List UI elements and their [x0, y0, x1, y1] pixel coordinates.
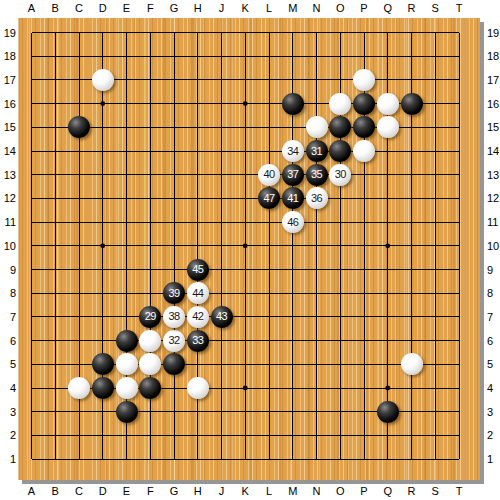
- star-point-K16: [243, 101, 248, 106]
- col-label-top-C: C: [75, 2, 83, 14]
- row-label-right-10: 10: [487, 240, 499, 252]
- stone-black-P16[interactable]: [353, 93, 375, 115]
- stone-white-N15[interactable]: [306, 116, 328, 138]
- row-label-left-17: 17: [0, 74, 16, 86]
- row-label-right-11: 11: [487, 216, 498, 228]
- col-label-top-R: R: [408, 2, 416, 14]
- row-label-right-18: 18: [487, 50, 499, 62]
- col-label-bottom-H: H: [194, 485, 202, 497]
- row-label-right-3: 3: [487, 406, 493, 418]
- col-label-bottom-O: O: [336, 485, 345, 497]
- stone-white-N12[interactable]: 36: [306, 187, 328, 209]
- col-label-bottom-C: C: [75, 485, 83, 497]
- stone-white-O13[interactable]: 30: [329, 164, 351, 186]
- move-number: 42: [187, 306, 209, 328]
- stone-black-H9[interactable]: 45: [187, 259, 209, 281]
- col-label-top-H: H: [194, 2, 202, 14]
- stone-black-N13[interactable]: 35: [306, 164, 328, 186]
- stone-black-M12[interactable]: 41: [282, 187, 304, 209]
- row-label-left-2: 2: [0, 429, 16, 441]
- col-label-top-E: E: [123, 2, 130, 14]
- stone-white-G6[interactable]: 32: [163, 330, 185, 352]
- col-label-top-T: T: [456, 2, 463, 14]
- row-label-left-15: 15: [0, 121, 16, 133]
- stone-white-C4[interactable]: [68, 377, 90, 399]
- row-label-left-8: 8: [0, 287, 16, 299]
- row-label-right-6: 6: [487, 335, 493, 347]
- col-label-bottom-M: M: [288, 485, 297, 497]
- row-label-right-4: 4: [487, 382, 493, 394]
- stone-white-D17[interactable]: [92, 69, 114, 91]
- move-number: 37: [282, 164, 304, 186]
- col-label-bottom-L: L: [266, 485, 272, 497]
- col-label-top-B: B: [52, 2, 59, 14]
- stone-white-G7[interactable]: 38: [163, 306, 185, 328]
- col-label-bottom-E: E: [123, 485, 130, 497]
- move-number: 39: [163, 282, 185, 304]
- stone-white-H4[interactable]: [187, 377, 209, 399]
- stone-black-Q3[interactable]: [377, 401, 399, 423]
- col-label-bottom-D: D: [99, 485, 107, 497]
- go-board-diagram: ABCDEFGHJKLMNOPQRST ABCDEFGHJKLMNOPQRST …: [0, 0, 500, 500]
- col-label-top-O: O: [336, 2, 345, 14]
- move-number: 41: [282, 187, 304, 209]
- stone-black-E3[interactable]: [116, 401, 138, 423]
- row-label-left-11: 11: [0, 216, 16, 228]
- row-label-left-5: 5: [0, 358, 16, 370]
- stone-white-R5[interactable]: [401, 353, 423, 375]
- move-number: 35: [306, 164, 328, 186]
- row-label-left-19: 19: [0, 27, 16, 39]
- move-number: 47: [258, 187, 280, 209]
- row-label-left-16: 16: [0, 98, 16, 110]
- stone-white-P14[interactable]: [353, 140, 375, 162]
- stone-white-Q16[interactable]: [377, 93, 399, 115]
- col-label-bottom-K: K: [242, 485, 249, 497]
- row-label-left-3: 3: [0, 406, 16, 418]
- row-label-right-7: 7: [487, 311, 493, 323]
- row-label-left-1: 1: [0, 453, 16, 465]
- col-label-bottom-P: P: [360, 485, 367, 497]
- col-label-top-J: J: [219, 2, 225, 14]
- stone-black-D4[interactable]: [92, 377, 114, 399]
- star-point-Q10: [385, 243, 390, 248]
- stone-black-E6[interactable]: [116, 330, 138, 352]
- star-point-D10: [100, 243, 105, 248]
- stone-black-F7[interactable]: 29: [139, 306, 161, 328]
- row-label-right-17: 17: [487, 74, 499, 86]
- move-number: 45: [187, 259, 209, 281]
- row-label-left-14: 14: [0, 145, 16, 157]
- col-label-bottom-A: A: [28, 485, 35, 497]
- go-board[interactable]: 29313335373941434547303234363840424446: [18, 18, 480, 480]
- stone-black-H6[interactable]: 33: [187, 330, 209, 352]
- col-label-bottom-R: R: [408, 485, 416, 497]
- move-number: 31: [306, 140, 328, 162]
- row-label-right-16: 16: [487, 98, 499, 110]
- move-number: 43: [211, 306, 233, 328]
- move-number: 30: [329, 164, 351, 186]
- row-label-left-18: 18: [0, 50, 16, 62]
- stone-white-L13[interactable]: 40: [258, 164, 280, 186]
- stone-white-Q15[interactable]: [377, 116, 399, 138]
- col-label-bottom-J: J: [219, 485, 225, 497]
- stone-black-R16[interactable]: [401, 93, 423, 115]
- stone-black-G8[interactable]: 39: [163, 282, 185, 304]
- col-label-bottom-T: T: [456, 485, 463, 497]
- stone-white-H8[interactable]: 44: [187, 282, 209, 304]
- stone-black-N14[interactable]: 31: [306, 140, 328, 162]
- move-number: 46: [282, 211, 304, 233]
- col-label-bottom-S: S: [432, 485, 439, 497]
- row-label-left-10: 10: [0, 240, 16, 252]
- stone-white-H7[interactable]: 42: [187, 306, 209, 328]
- move-number: 32: [163, 330, 185, 352]
- col-label-top-M: M: [288, 2, 297, 14]
- stone-white-E5[interactable]: [116, 353, 138, 375]
- row-label-left-7: 7: [0, 311, 16, 323]
- stone-black-L12[interactable]: 47: [258, 187, 280, 209]
- row-label-left-4: 4: [0, 382, 16, 394]
- stone-white-P17[interactable]: [353, 69, 375, 91]
- row-label-right-14: 14: [487, 145, 499, 157]
- row-label-right-13: 13: [487, 169, 499, 181]
- col-label-bottom-B: B: [52, 485, 59, 497]
- stone-white-O16[interactable]: [329, 93, 351, 115]
- move-number: 34: [282, 140, 304, 162]
- stone-white-E4[interactable]: [116, 377, 138, 399]
- stone-black-M13[interactable]: 37: [282, 164, 304, 186]
- star-point-K10: [243, 243, 248, 248]
- row-label-left-6: 6: [0, 335, 16, 347]
- move-number: 44: [187, 282, 209, 304]
- move-number: 33: [187, 330, 209, 352]
- col-label-top-S: S: [432, 2, 439, 14]
- stone-black-J7[interactable]: 43: [211, 306, 233, 328]
- board-grid: [18, 18, 480, 480]
- move-number: 38: [163, 306, 185, 328]
- star-point-Q4: [385, 386, 390, 391]
- col-label-top-F: F: [147, 2, 154, 14]
- col-label-top-D: D: [99, 2, 107, 14]
- star-point-D16: [100, 101, 105, 106]
- stone-white-M14[interactable]: 34: [282, 140, 304, 162]
- row-label-right-15: 15: [487, 121, 499, 133]
- move-number: 40: [258, 164, 280, 186]
- row-label-right-19: 19: [487, 27, 499, 39]
- col-label-top-G: G: [170, 2, 179, 14]
- star-point-K4: [243, 386, 248, 391]
- col-label-top-N: N: [313, 2, 321, 14]
- stone-white-F6[interactable]: [139, 330, 161, 352]
- col-label-top-K: K: [242, 2, 249, 14]
- col-label-top-L: L: [266, 2, 272, 14]
- row-label-right-5: 5: [487, 358, 493, 370]
- col-label-bottom-N: N: [313, 485, 321, 497]
- row-label-right-1: 1: [487, 453, 493, 465]
- stone-black-D5[interactable]: [92, 353, 114, 375]
- stone-white-M11[interactable]: 46: [282, 211, 304, 233]
- row-label-left-12: 12: [0, 192, 16, 204]
- row-label-right-9: 9: [487, 264, 493, 276]
- row-label-left-13: 13: [0, 169, 16, 181]
- col-label-bottom-Q: Q: [383, 485, 392, 497]
- col-label-bottom-F: F: [147, 485, 154, 497]
- move-number: 36: [306, 187, 328, 209]
- row-label-right-8: 8: [487, 287, 493, 299]
- col-label-bottom-G: G: [170, 485, 179, 497]
- col-label-top-A: A: [28, 2, 35, 14]
- row-label-right-12: 12: [487, 192, 499, 204]
- stone-black-M16[interactable]: [282, 93, 304, 115]
- row-label-right-2: 2: [487, 429, 493, 441]
- row-label-left-9: 9: [0, 264, 16, 276]
- move-number: 29: [139, 306, 161, 328]
- col-label-top-Q: Q: [383, 2, 392, 14]
- col-label-top-P: P: [360, 2, 367, 14]
